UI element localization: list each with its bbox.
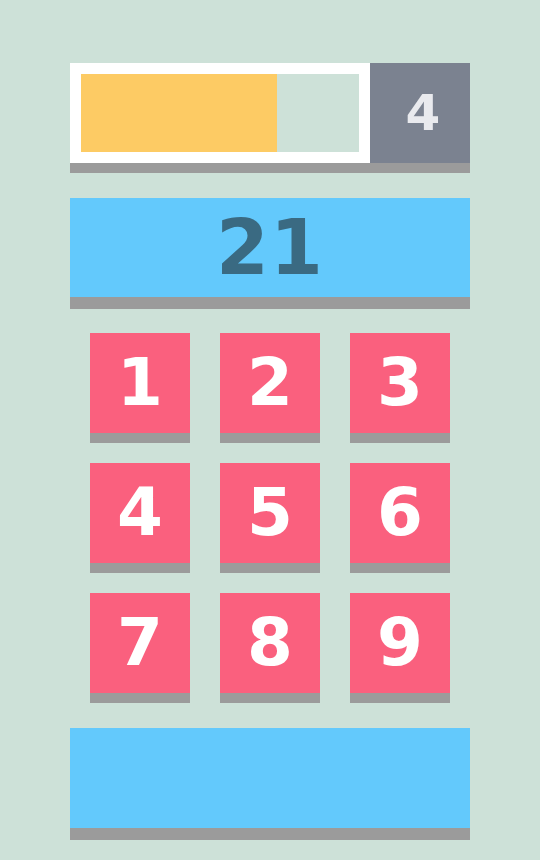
timer-frame <box>70 63 370 163</box>
key-button-3[interactable]: 3 <box>350 333 450 433</box>
timer-fill <box>81 74 277 152</box>
key-cell-8: 8 <box>220 593 320 703</box>
target-display-shadow <box>70 297 470 309</box>
key-shadow <box>220 693 320 703</box>
timer-bar-shadow <box>70 163 470 173</box>
key-cell-7: 7 <box>90 593 190 703</box>
game-screen: { "game": "arithmetic-keypad-sum-game (t… <box>0 0 540 860</box>
counter-box: 4 <box>370 63 470 163</box>
target-display: 21 <box>70 198 470 297</box>
key-cell-2: 2 <box>220 333 320 443</box>
key-shadow <box>220 563 320 573</box>
key-button-6[interactable]: 6 <box>350 463 450 563</box>
input-display-shadow <box>70 828 470 840</box>
key-shadow <box>350 433 450 443</box>
key-cell-9: 9 <box>350 593 450 703</box>
key-button-8[interactable]: 8 <box>220 593 320 693</box>
key-cell-1: 1 <box>90 333 190 443</box>
counter-value: 4 <box>406 84 441 142</box>
timer-track <box>81 74 359 152</box>
key-shadow <box>350 693 450 703</box>
key-button-7[interactable]: 7 <box>90 593 190 693</box>
key-button-9[interactable]: 9 <box>350 593 450 693</box>
key-shadow <box>350 563 450 573</box>
key-button-1[interactable]: 1 <box>90 333 190 433</box>
keypad: 1 2 3 4 5 6 7 8 9 <box>90 333 450 703</box>
key-cell-3: 3 <box>350 333 450 443</box>
key-button-2[interactable]: 2 <box>220 333 320 433</box>
key-cell-5: 5 <box>220 463 320 573</box>
target-value: 21 <box>216 210 324 286</box>
key-shadow <box>220 433 320 443</box>
key-button-5[interactable]: 5 <box>220 463 320 563</box>
input-display <box>70 728 470 828</box>
key-shadow <box>90 563 190 573</box>
key-button-4[interactable]: 4 <box>90 463 190 563</box>
key-shadow <box>90 433 190 443</box>
key-shadow <box>90 693 190 703</box>
timer-bar-group: 4 <box>70 63 470 173</box>
key-cell-4: 4 <box>90 463 190 573</box>
key-cell-6: 6 <box>350 463 450 573</box>
